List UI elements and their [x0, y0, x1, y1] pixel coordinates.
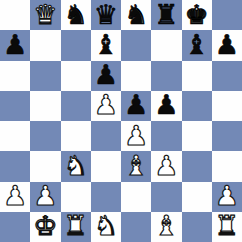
square-a8[interactable] [0, 0, 30, 30]
piece-white-queen[interactable]: ♛ [33, 1, 57, 28]
square-h4[interactable] [212, 121, 242, 151]
square-a3[interactable] [0, 151, 30, 181]
square-c6[interactable] [61, 61, 91, 91]
square-c1[interactable]: ♜ [61, 212, 91, 242]
square-e8[interactable]: ♞ [121, 0, 151, 30]
piece-white-bishop[interactable]: ♝ [154, 212, 178, 239]
square-f5[interactable]: ♟ [151, 91, 181, 121]
square-h6[interactable] [212, 61, 242, 91]
square-b1[interactable]: ♚ [30, 212, 60, 242]
square-g4[interactable] [182, 121, 212, 151]
square-e7[interactable] [121, 30, 151, 60]
square-g1[interactable] [182, 212, 212, 242]
square-g3[interactable] [182, 151, 212, 181]
piece-white-knight[interactable]: ♞ [94, 212, 118, 239]
square-b7[interactable] [30, 30, 60, 60]
square-f3[interactable]: ♟ [151, 151, 181, 181]
chess-board-container: ♛♞♛♞♜♚♟♝♝♟♟♟♟♟♟♞♝♟♟♟♟♚♜♞♝♜ [0, 0, 242, 242]
square-g2[interactable] [182, 182, 212, 212]
square-c2[interactable] [61, 182, 91, 212]
square-d6[interactable]: ♟ [91, 61, 121, 91]
square-h7[interactable]: ♟ [212, 30, 242, 60]
square-d8[interactable]: ♛ [91, 0, 121, 30]
square-e1[interactable] [121, 212, 151, 242]
square-b3[interactable] [30, 151, 60, 181]
piece-black-pawn[interactable]: ♟ [215, 31, 239, 58]
square-c8[interactable]: ♞ [61, 0, 91, 30]
piece-white-pawn[interactable]: ♟ [33, 182, 57, 209]
square-f7[interactable] [151, 30, 181, 60]
square-h3[interactable] [212, 151, 242, 181]
square-d2[interactable] [91, 182, 121, 212]
piece-white-knight[interactable]: ♞ [64, 152, 88, 179]
square-a7[interactable]: ♟ [0, 30, 30, 60]
piece-black-king[interactable]: ♚ [185, 1, 209, 28]
piece-black-bishop[interactable]: ♝ [94, 31, 118, 58]
square-c7[interactable] [61, 30, 91, 60]
square-d3[interactable] [91, 151, 121, 181]
square-f1[interactable]: ♝ [151, 212, 181, 242]
piece-black-knight[interactable]: ♞ [64, 1, 88, 28]
square-g6[interactable] [182, 61, 212, 91]
piece-black-bishop[interactable]: ♝ [185, 31, 209, 58]
square-h5[interactable] [212, 91, 242, 121]
chess-board: ♛♞♛♞♜♚♟♝♝♟♟♟♟♟♟♞♝♟♟♟♟♚♜♞♝♜ [0, 0, 242, 242]
piece-black-knight[interactable]: ♞ [124, 1, 148, 28]
square-e5[interactable]: ♟ [121, 91, 151, 121]
piece-white-rook[interactable]: ♜ [64, 212, 88, 239]
square-h1[interactable]: ♜ [212, 212, 242, 242]
square-f4[interactable] [151, 121, 181, 151]
square-c5[interactable] [61, 91, 91, 121]
square-f8[interactable]: ♜ [151, 0, 181, 30]
square-h2[interactable]: ♟ [212, 182, 242, 212]
square-d7[interactable]: ♝ [91, 30, 121, 60]
square-a6[interactable] [0, 61, 30, 91]
piece-white-pawn[interactable]: ♟ [154, 152, 178, 179]
square-d4[interactable] [91, 121, 121, 151]
square-c4[interactable] [61, 121, 91, 151]
piece-black-pawn[interactable]: ♟ [3, 31, 27, 58]
square-b6[interactable] [30, 61, 60, 91]
piece-white-rook[interactable]: ♜ [215, 212, 239, 239]
piece-white-bishop[interactable]: ♝ [124, 152, 148, 179]
piece-black-queen[interactable]: ♛ [94, 1, 118, 28]
piece-black-rook[interactable]: ♜ [154, 1, 178, 28]
square-e2[interactable] [121, 182, 151, 212]
square-b2[interactable]: ♟ [30, 182, 60, 212]
piece-white-pawn[interactable]: ♟ [124, 122, 148, 149]
square-e4[interactable]: ♟ [121, 121, 151, 151]
piece-white-king[interactable]: ♚ [33, 212, 57, 239]
square-g7[interactable]: ♝ [182, 30, 212, 60]
piece-white-pawn[interactable]: ♟ [215, 182, 239, 209]
square-f2[interactable] [151, 182, 181, 212]
square-h8[interactable] [212, 0, 242, 30]
piece-black-pawn[interactable]: ♟ [124, 91, 148, 118]
piece-white-pawn[interactable]: ♟ [94, 91, 118, 118]
piece-black-pawn[interactable]: ♟ [94, 61, 118, 88]
square-d5[interactable]: ♟ [91, 91, 121, 121]
piece-black-pawn[interactable]: ♟ [154, 91, 178, 118]
square-e6[interactable] [121, 61, 151, 91]
square-a2[interactable]: ♟ [0, 182, 30, 212]
square-a1[interactable] [0, 212, 30, 242]
square-b4[interactable] [30, 121, 60, 151]
square-f6[interactable] [151, 61, 181, 91]
piece-white-pawn[interactable]: ♟ [3, 182, 27, 209]
square-g5[interactable] [182, 91, 212, 121]
square-a5[interactable] [0, 91, 30, 121]
square-b8[interactable]: ♛ [30, 0, 60, 30]
square-c3[interactable]: ♞ [61, 151, 91, 181]
square-d1[interactable]: ♞ [91, 212, 121, 242]
square-e3[interactable]: ♝ [121, 151, 151, 181]
square-b5[interactable] [30, 91, 60, 121]
square-g8[interactable]: ♚ [182, 0, 212, 30]
square-a4[interactable] [0, 121, 30, 151]
